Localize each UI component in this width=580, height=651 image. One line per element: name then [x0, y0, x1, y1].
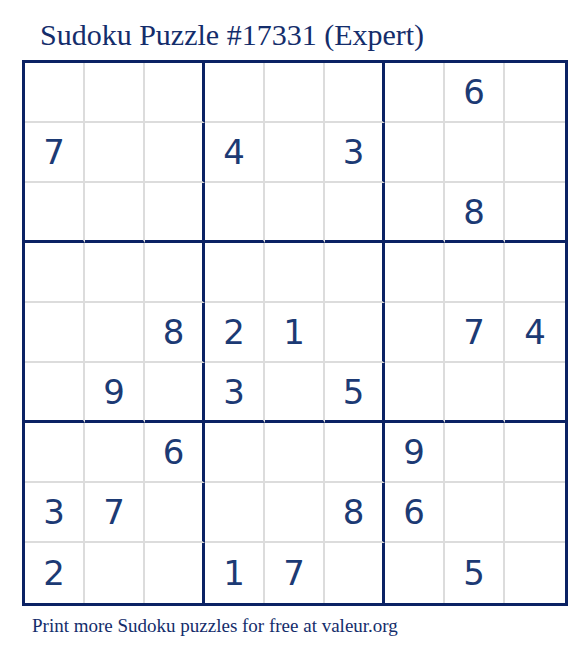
sudoku-cell-r6c6[interactable]: 5: [325, 363, 385, 423]
sudoku-cell-r4c5[interactable]: [265, 243, 325, 303]
sudoku-cell-r7c2[interactable]: [85, 423, 145, 483]
sudoku-cell-r2c5[interactable]: [265, 123, 325, 183]
sudoku-board: 67438821749356937862175: [22, 60, 568, 606]
sudoku-cell-r5c8[interactable]: 7: [445, 303, 505, 363]
sudoku-cell-r9c1[interactable]: 2: [25, 543, 85, 603]
sudoku-cell-r8c2[interactable]: 7: [85, 483, 145, 543]
sudoku-cell-r5c4[interactable]: 2: [205, 303, 265, 363]
sudoku-cell-r3c5[interactable]: [265, 183, 325, 243]
sudoku-cell-r5c7[interactable]: [385, 303, 445, 363]
sudoku-cell-r3c6[interactable]: [325, 183, 385, 243]
sudoku-cell-r1c6[interactable]: [325, 63, 385, 123]
sudoku-cell-r5c2[interactable]: [85, 303, 145, 363]
sudoku-cell-r3c1[interactable]: [25, 183, 85, 243]
sudoku-cell-r4c8[interactable]: [445, 243, 505, 303]
sudoku-cell-r7c6[interactable]: [325, 423, 385, 483]
sudoku-cell-r2c2[interactable]: [85, 123, 145, 183]
sudoku-cell-r9c7[interactable]: [385, 543, 445, 603]
footer-text: Print more Sudoku puzzles for free at va…: [32, 615, 398, 637]
sudoku-cell-r6c5[interactable]: [265, 363, 325, 423]
sudoku-cell-r8c8[interactable]: [445, 483, 505, 543]
sudoku-cell-r2c8[interactable]: [445, 123, 505, 183]
sudoku-cell-r8c4[interactable]: [205, 483, 265, 543]
sudoku-cell-r7c5[interactable]: [265, 423, 325, 483]
sudoku-cell-r5c9[interactable]: 4: [505, 303, 565, 363]
sudoku-cell-r9c9[interactable]: [505, 543, 565, 603]
sudoku-cell-r5c3[interactable]: 8: [145, 303, 205, 363]
sudoku-cell-r7c9[interactable]: [505, 423, 565, 483]
sudoku-cell-r6c7[interactable]: [385, 363, 445, 423]
sudoku-cell-r4c2[interactable]: [85, 243, 145, 303]
sudoku-cell-r2c1[interactable]: 7: [25, 123, 85, 183]
sudoku-cell-r9c2[interactable]: [85, 543, 145, 603]
sudoku-cell-r7c7[interactable]: 9: [385, 423, 445, 483]
sudoku-cell-r2c3[interactable]: [145, 123, 205, 183]
sudoku-cell-r8c1[interactable]: 3: [25, 483, 85, 543]
sudoku-cell-r6c4[interactable]: 3: [205, 363, 265, 423]
sudoku-cell-r6c9[interactable]: [505, 363, 565, 423]
sudoku-cell-r3c2[interactable]: [85, 183, 145, 243]
sudoku-cell-r2c6[interactable]: 3: [325, 123, 385, 183]
sudoku-cell-r9c3[interactable]: [145, 543, 205, 603]
sudoku-cell-r6c2[interactable]: 9: [85, 363, 145, 423]
sudoku-cell-r8c9[interactable]: [505, 483, 565, 543]
sudoku-cell-r8c6[interactable]: 8: [325, 483, 385, 543]
sudoku-cell-r2c7[interactable]: [385, 123, 445, 183]
sudoku-cell-r2c4[interactable]: 4: [205, 123, 265, 183]
sudoku-cell-r3c9[interactable]: [505, 183, 565, 243]
sudoku-cell-r3c8[interactable]: 8: [445, 183, 505, 243]
sudoku-cell-r1c1[interactable]: [25, 63, 85, 123]
sudoku-cell-r5c5[interactable]: 1: [265, 303, 325, 363]
sudoku-cell-r8c3[interactable]: [145, 483, 205, 543]
sudoku-cell-r9c6[interactable]: [325, 543, 385, 603]
sudoku-cell-r1c5[interactable]: [265, 63, 325, 123]
sudoku-cell-r4c1[interactable]: [25, 243, 85, 303]
sudoku-cell-r9c4[interactable]: 1: [205, 543, 265, 603]
sudoku-cell-r1c3[interactable]: [145, 63, 205, 123]
sudoku-cell-r1c9[interactable]: [505, 63, 565, 123]
sudoku-cell-r6c8[interactable]: [445, 363, 505, 423]
sudoku-cell-r5c6[interactable]: [325, 303, 385, 363]
sudoku-cell-r8c7[interactable]: 6: [385, 483, 445, 543]
sudoku-cell-r3c7[interactable]: [385, 183, 445, 243]
sudoku-cell-r4c7[interactable]: [385, 243, 445, 303]
sudoku-cell-r3c4[interactable]: [205, 183, 265, 243]
sudoku-cell-r5c1[interactable]: [25, 303, 85, 363]
sudoku-cell-r1c7[interactable]: [385, 63, 445, 123]
sudoku-cell-r7c4[interactable]: [205, 423, 265, 483]
sudoku-cell-r7c3[interactable]: 6: [145, 423, 205, 483]
page-title: Sudoku Puzzle #17331 (Expert): [40, 18, 424, 52]
sudoku-cell-r6c1[interactable]: [25, 363, 85, 423]
sudoku-cell-r4c3[interactable]: [145, 243, 205, 303]
sudoku-cell-r4c6[interactable]: [325, 243, 385, 303]
sudoku-cell-r1c8[interactable]: 6: [445, 63, 505, 123]
sudoku-cell-r2c9[interactable]: [505, 123, 565, 183]
sudoku-cell-r8c5[interactable]: [265, 483, 325, 543]
sudoku-cell-r4c9[interactable]: [505, 243, 565, 303]
sudoku-cell-r1c2[interactable]: [85, 63, 145, 123]
sudoku-cell-r7c1[interactable]: [25, 423, 85, 483]
sudoku-cell-r7c8[interactable]: [445, 423, 505, 483]
sudoku-cell-r3c3[interactable]: [145, 183, 205, 243]
sudoku-cell-r4c4[interactable]: [205, 243, 265, 303]
sudoku-cell-r6c3[interactable]: [145, 363, 205, 423]
sudoku-cell-r9c8[interactable]: 5: [445, 543, 505, 603]
sudoku-cell-r1c4[interactable]: [205, 63, 265, 123]
sudoku-cell-r9c5[interactable]: 7: [265, 543, 325, 603]
